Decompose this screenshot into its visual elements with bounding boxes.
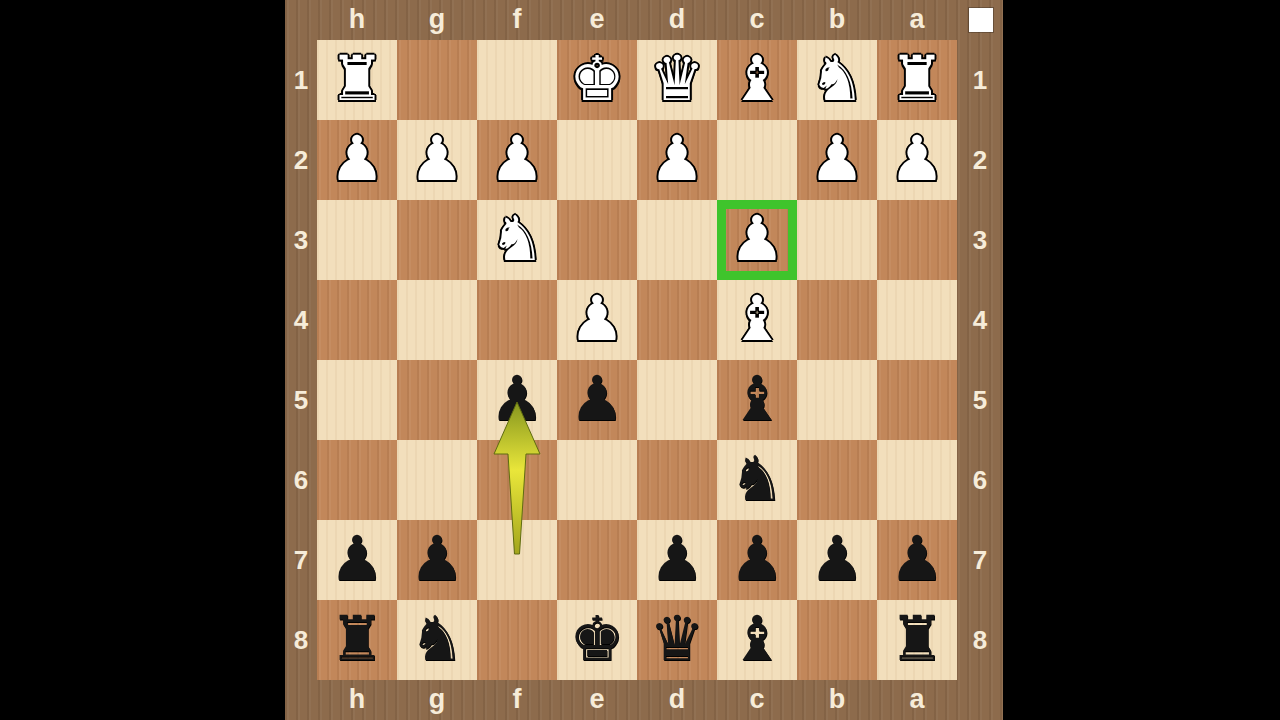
square-h8[interactable]: ♜ [317,600,397,680]
square-d3[interactable] [637,200,717,280]
black-pawn-h7: ♟ [317,520,397,600]
white-knight-f3: ♞ [477,200,557,280]
square-e2[interactable] [557,120,637,200]
square-d5[interactable] [637,360,717,440]
square-g1[interactable] [397,40,477,120]
square-f7[interactable] [477,520,557,600]
square-d6[interactable] [637,440,717,520]
black-pawn-g7: ♟ [397,520,477,600]
white-bishop-c4: ♝ [717,280,797,360]
white-pawn-h2: ♟ [317,120,397,200]
black-bishop-c5: ♝ [717,360,797,440]
square-e7[interactable] [557,520,637,600]
rank-label-1: 1 [957,40,1003,120]
file-label-f: f [477,680,557,720]
file-label-b: b [797,0,877,40]
black-bishop-c8: ♝ [717,600,797,680]
square-g3[interactable] [397,200,477,280]
file-label-a: a [877,680,957,720]
rank-label-6: 6 [957,440,1003,520]
white-king-e1: ♚ [557,40,637,120]
square-e5[interactable]: ♟ [557,360,637,440]
square-c1[interactable]: ♝ [717,40,797,120]
white-bishop-c1: ♝ [717,40,797,120]
rank-label-2: 2 [957,120,1003,200]
rank-label-6: 6 [285,440,317,520]
rank-label-4: 4 [285,280,317,360]
black-queen-d8: ♛ [637,600,717,680]
square-b1[interactable]: ♞ [797,40,877,120]
square-h6[interactable] [317,440,397,520]
black-pawn-d7: ♟ [637,520,717,600]
square-a2[interactable]: ♟ [877,120,957,200]
square-a5[interactable] [877,360,957,440]
black-pawn-e5: ♟ [557,360,637,440]
black-rook-h8: ♜ [317,600,397,680]
black-pawn-f5: ♟ [477,360,557,440]
white-pawn-f2: ♟ [477,120,557,200]
black-knight-c6: ♞ [717,440,797,520]
file-label-f: f [477,0,557,40]
square-g2[interactable]: ♟ [397,120,477,200]
black-pawn-a7: ♟ [877,520,957,600]
file-label-h: h [317,680,397,720]
file-label-e: e [557,680,637,720]
file-labels-top: hgfedcba [317,0,957,40]
white-knight-b1: ♞ [797,40,877,120]
video-frame: hgfedcba hgfedcba 12345678 12345678 ♜♚♛♝… [0,0,1280,720]
square-b3[interactable] [797,200,877,280]
square-f2[interactable]: ♟ [477,120,557,200]
square-a1[interactable]: ♜ [877,40,957,120]
square-h7[interactable]: ♟ [317,520,397,600]
square-h1[interactable]: ♜ [317,40,397,120]
board-frame: hgfedcba hgfedcba 12345678 12345678 ♜♚♛♝… [285,0,1003,720]
square-a4[interactable] [877,280,957,360]
square-d1[interactable]: ♛ [637,40,717,120]
square-b8[interactable] [797,600,877,680]
file-label-d: d [637,680,717,720]
square-b4[interactable] [797,280,877,360]
file-labels-bottom: hgfedcba [317,680,957,720]
square-g6[interactable] [397,440,477,520]
white-pawn-b2: ♟ [797,120,877,200]
square-b6[interactable] [797,440,877,520]
square-c3[interactable]: ♟ [717,200,797,280]
square-b7[interactable]: ♟ [797,520,877,600]
square-f3[interactable]: ♞ [477,200,557,280]
square-c7[interactable]: ♟ [717,520,797,600]
square-c6[interactable]: ♞ [717,440,797,520]
square-a6[interactable] [877,440,957,520]
square-a3[interactable] [877,200,957,280]
file-label-g: g [397,680,477,720]
rank-label-5: 5 [285,360,317,440]
white-to-move-indicator [969,8,993,32]
square-b5[interactable] [797,360,877,440]
square-c2[interactable] [717,120,797,200]
white-pawn-d2: ♟ [637,120,717,200]
white-rook-a1: ♜ [877,40,957,120]
square-b2[interactable]: ♟ [797,120,877,200]
rank-label-8: 8 [285,600,317,680]
square-a8[interactable]: ♜ [877,600,957,680]
rank-labels-right: 12345678 [957,40,1003,680]
black-rook-a8: ♜ [877,600,957,680]
white-pawn-c3: ♟ [717,200,797,280]
square-d4[interactable] [637,280,717,360]
chess-board: ♜♚♛♝♞♜♟♟♟♟♟♟♞♟♟♝♟♟♝♞♟♟♟♟♟♟♜♞♚♛♝♜ [317,40,957,680]
square-h2[interactable]: ♟ [317,120,397,200]
file-label-h: h [317,0,397,40]
white-rook-h1: ♜ [317,40,397,120]
square-f5[interactable]: ♟ [477,360,557,440]
file-label-e: e [557,0,637,40]
rank-label-7: 7 [285,520,317,600]
square-e6[interactable] [557,440,637,520]
black-knight-g8: ♞ [397,600,477,680]
square-e8[interactable]: ♚ [557,600,637,680]
square-e4[interactable]: ♟ [557,280,637,360]
black-pawn-c7: ♟ [717,520,797,600]
square-c8[interactable]: ♝ [717,600,797,680]
square-g4[interactable] [397,280,477,360]
black-pawn-b7: ♟ [797,520,877,600]
square-a7[interactable]: ♟ [877,520,957,600]
square-h4[interactable] [317,280,397,360]
file-label-c: c [717,0,797,40]
file-label-c: c [717,680,797,720]
square-d7[interactable]: ♟ [637,520,717,600]
square-d8[interactable]: ♛ [637,600,717,680]
file-label-d: d [637,0,717,40]
square-c4[interactable]: ♝ [717,280,797,360]
square-g8[interactable]: ♞ [397,600,477,680]
file-label-b: b [797,680,877,720]
square-f1[interactable] [477,40,557,120]
white-pawn-g2: ♟ [397,120,477,200]
rank-label-2: 2 [285,120,317,200]
square-g7[interactable]: ♟ [397,520,477,600]
square-c5[interactable]: ♝ [717,360,797,440]
square-g5[interactable] [397,360,477,440]
square-e1[interactable]: ♚ [557,40,637,120]
square-h5[interactable] [317,360,397,440]
rank-label-4: 4 [957,280,1003,360]
square-f8[interactable] [477,600,557,680]
rank-label-8: 8 [957,600,1003,680]
white-pawn-e4: ♟ [557,280,637,360]
square-d2[interactable]: ♟ [637,120,717,200]
square-e3[interactable] [557,200,637,280]
file-label-g: g [397,0,477,40]
rank-label-5: 5 [957,360,1003,440]
white-pawn-a2: ♟ [877,120,957,200]
rank-label-3: 3 [285,200,317,280]
rank-labels-left: 12345678 [285,40,317,680]
white-queen-d1: ♛ [637,40,717,120]
black-king-e8: ♚ [557,600,637,680]
file-label-a: a [877,0,957,40]
square-f6[interactable] [477,440,557,520]
rank-label-7: 7 [957,520,1003,600]
rank-label-1: 1 [285,40,317,120]
square-f4[interactable] [477,280,557,360]
rank-label-3: 3 [957,200,1003,280]
square-h3[interactable] [317,200,397,280]
